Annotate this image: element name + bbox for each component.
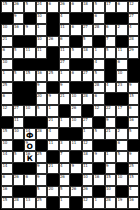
cell-code-number: 25: [129, 164, 134, 169]
grid-cell-r3c3[interactable]: 9: [24, 24, 36, 36]
black-cell: [93, 117, 105, 129]
grid-cell-r14c10[interactable]: 1: [105, 151, 117, 163]
grid-cell-r7c2[interactable]: 5: [13, 70, 25, 82]
cell-code-number: 11: [118, 48, 123, 53]
grid-cell-r10c4[interactable]: 5: [36, 105, 48, 117]
cell-code-number: 16: [129, 118, 134, 123]
grid-cell-r10c7[interactable]: 26: [70, 105, 82, 117]
cell-code-number: 26: [14, 175, 19, 180]
black-cell: [47, 24, 59, 36]
black-cell: [70, 128, 82, 140]
grid-cell-r9c7[interactable]: 10: [70, 93, 82, 105]
cell-code-number: 4: [106, 83, 108, 88]
grid-cell-r6c6[interactable]: 27: [59, 59, 71, 71]
cell-code-number: 5: [60, 187, 62, 192]
given-letter: О: [25, 144, 35, 151]
cell-code-number: 26: [72, 106, 77, 111]
grid-cell-r18c1[interactable]: 15: [1, 197, 13, 209]
black-cell: [70, 151, 82, 163]
grid-cell-r4c8[interactable]: 5: [82, 36, 94, 48]
grid-cell-r1c9[interactable]: 5: [93, 1, 105, 13]
grid-cell-r10c5[interactable]: 1: [47, 105, 59, 117]
cell-code-number: 11: [26, 48, 31, 53]
grid-cell-r18c6[interactable]: 1: [59, 197, 71, 209]
grid-cell-r5c12[interactable]: 29: [128, 47, 140, 59]
grid-cell-r6c9[interactable]: 4: [93, 59, 105, 71]
grid-cell-r4c1[interactable]: 21: [1, 36, 13, 48]
grid-cell-r3c2[interactable]: 16: [13, 24, 25, 36]
grid-cell-r3c11[interactable]: 2: [116, 24, 128, 36]
cell-code-number: 28: [129, 37, 134, 42]
grid-cell-r12c5[interactable]: 4: [47, 128, 59, 140]
grid-cell-r15c4[interactable]: 9: [36, 163, 48, 175]
grid-cell-r18c2[interactable]: 28: [13, 197, 25, 209]
grid-cell-r9c6[interactable]: 21: [59, 93, 71, 105]
grid-cell-r15c6[interactable]: 4: [59, 163, 71, 175]
grid-cell-r1c3[interactable]: 5: [24, 1, 36, 13]
black-cell: [70, 82, 82, 94]
cell-code-number: 28: [14, 198, 19, 203]
cell-code-number: 29: [129, 48, 134, 53]
cell-code-number: 10: [26, 106, 31, 111]
black-cell: [70, 36, 82, 48]
cell-code-number: 27: [129, 14, 134, 19]
cell-code-number: 1: [60, 118, 62, 123]
black-cell: [128, 70, 140, 82]
grid-cell-r3c1[interactable]: 10: [1, 24, 13, 36]
cell-code-number: 9: [129, 83, 131, 88]
black-cell: [82, 105, 94, 117]
cell-code-number: 24: [37, 2, 42, 7]
grid-cell-r17c10[interactable]: 10: [105, 186, 117, 198]
cell-code-number: 9: [37, 175, 39, 180]
cell-code-number: 14: [3, 164, 8, 169]
cell-code-number: 6: [3, 175, 5, 180]
grid-cell-r12c12[interactable]: 5: [128, 128, 140, 140]
grid-cell-r16c6[interactable]: 26: [59, 174, 71, 186]
grid-cell-r4c6[interactable]: 6: [59, 36, 71, 48]
grid-cell-r8c4[interactable]: 9: [36, 82, 48, 94]
grid-cell-r16c10[interactable]: 15: [105, 174, 117, 186]
grid-cell-r5c10[interactable]: 5: [105, 47, 117, 59]
grid-cell-r18c8[interactable]: 12: [82, 197, 94, 209]
grid-cell-r8c1[interactable]: 25: [1, 82, 13, 94]
cell-code-number: 6: [3, 94, 5, 99]
cell-code-number: 1: [60, 198, 62, 203]
black-cell: [24, 93, 36, 105]
grid-cell-r17c4[interactable]: 5: [36, 186, 48, 198]
grid-cell-r13c5[interactable]: 11: [47, 140, 59, 152]
grid-cell-r18c3[interactable]: 13: [24, 197, 36, 209]
grid-cell-r16c2[interactable]: 26: [13, 174, 25, 186]
grid-cell-r7c7[interactable]: 6: [70, 70, 82, 82]
cell-code-number: 5: [95, 2, 97, 7]
black-cell: [82, 13, 94, 25]
grid-cell-r11c7[interactable]: 10: [70, 117, 82, 129]
cell-code-number: 9: [14, 14, 16, 19]
grid-cell-r3c8[interactable]: 27: [82, 24, 94, 36]
grid-cell-r2c12[interactable]: 27: [128, 13, 140, 25]
grid-cell-r1c1[interactable]: 15: [1, 1, 13, 13]
cell-code-number: 6: [95, 94, 97, 99]
grid-cell-r1c11[interactable]: 6: [116, 1, 128, 13]
cell-code-number: 21: [106, 129, 111, 134]
cell-code-number: 12: [3, 106, 8, 111]
cell-code-number: 27: [83, 71, 88, 76]
grid-cell-r11c2[interactable]: 11: [13, 117, 25, 129]
grid-cell-r10c3[interactable]: 10: [24, 105, 36, 117]
grid-cell-r16c4[interactable]: 9: [36, 174, 48, 186]
grid-cell-r7c5[interactable]: 25: [47, 70, 59, 82]
grid-cell-r5c7[interactable]: 5: [70, 47, 82, 59]
grid-cell-r14c2[interactable]: 5: [13, 151, 25, 163]
black-cell: [47, 197, 59, 209]
grid-cell-r12c8[interactable]: 1: [82, 128, 94, 140]
grid-cell-r1c7[interactable]: 6: [70, 1, 82, 13]
black-cell: [24, 186, 36, 198]
grid-cell-r15c7[interactable]: 9: [70, 163, 82, 175]
given-letter: К: [25, 155, 35, 162]
cell-code-number: 9: [60, 83, 62, 88]
cell-code-number: 5: [14, 48, 16, 53]
black-cell: [24, 163, 36, 175]
cell-code-number: 10: [3, 25, 8, 30]
black-cell: [1, 13, 13, 25]
grid-cell-r6c1[interactable]: 10: [1, 59, 13, 71]
grid-cell-r7c11[interactable]: 10: [116, 70, 128, 82]
grid-cell-r14c8[interactable]: 18: [82, 151, 94, 163]
black-cell: [116, 13, 128, 25]
cell-code-number: 11: [83, 164, 88, 169]
cell-code-number: 20: [37, 94, 42, 99]
black-cell: [70, 174, 82, 186]
cell-code-number: 26: [83, 187, 88, 192]
grid-cell-r7c1[interactable]: 1: [1, 70, 13, 82]
cell-code-number: 6: [72, 2, 74, 7]
cell-code-number: 6: [118, 141, 120, 146]
black-cell: [1, 117, 13, 129]
grid-cell-r12c3[interactable]: 14Ф: [24, 128, 36, 140]
cell-code-number: 26: [60, 2, 65, 7]
black-cell: [82, 82, 94, 94]
grid-cell-r11c6[interactable]: 1: [59, 117, 71, 129]
cell-code-number: 6: [3, 48, 5, 53]
black-cell: [36, 140, 48, 152]
grid-cell-r17c5[interactable]: 20: [47, 186, 59, 198]
cell-code-number: 4: [60, 14, 62, 19]
black-cell: [47, 59, 59, 71]
grid-cell-r16c9[interactable]: 16: [93, 174, 105, 186]
grid-cell-r16c12[interactable]: 15: [128, 174, 140, 186]
grid-cell-r16c1[interactable]: 6: [1, 174, 13, 186]
grid-cell-r13c7[interactable]: 11: [70, 140, 82, 152]
grid-cell-r13c11[interactable]: 6: [116, 140, 128, 152]
grid-cell-r12c9[interactable]: 5: [93, 128, 105, 140]
grid-cell-r8c10[interactable]: 4: [105, 82, 117, 94]
cell-code-number: 6: [118, 60, 120, 65]
grid-cell-r17c6[interactable]: 5: [59, 186, 71, 198]
grid-cell-r1c2[interactable]: 26: [13, 1, 25, 13]
cell-code-number: 26: [14, 2, 19, 7]
cell-code-number: 10: [118, 71, 123, 76]
grid-cell-r12c4[interactable]: 28: [36, 128, 48, 140]
grid-cell-r9c9[interactable]: 6: [93, 93, 105, 105]
cell-code-number: 23: [118, 83, 123, 88]
cell-code-number: 5: [37, 106, 39, 111]
grid-cell-r7c3[interactable]: 15: [24, 70, 36, 82]
grid-cell-r18c12[interactable]: 16: [128, 197, 140, 209]
cell-code-number: 27: [60, 60, 65, 65]
cell-code-number: 28: [95, 83, 100, 88]
grid-cell-r11c8[interactable]: 27: [82, 117, 94, 129]
grid-cell-r9c4[interactable]: 20: [36, 93, 48, 105]
cell-code-number: 14: [3, 152, 8, 157]
grid-cell-r6c11[interactable]: 6: [116, 59, 128, 71]
grid-cell-r4c10[interactable]: 7: [105, 36, 117, 48]
grid-cell-r3c4[interactable]: 1: [36, 24, 48, 36]
grid-cell-r16c11[interactable]: 10: [116, 174, 128, 186]
cell-code-number: 10: [72, 118, 77, 123]
grid-cell-r4c5[interactable]: 26: [47, 36, 59, 48]
grid-cell-r9c5[interactable]: 9: [47, 93, 59, 105]
cell-code-number: 27: [14, 106, 19, 111]
grid-cell-r7c4[interactable]: 16: [36, 70, 48, 82]
grid-cell-r9c12[interactable]: 15: [128, 93, 140, 105]
cell-code-number: 2: [118, 129, 120, 134]
grid-cell-r2c2[interactable]: 9: [13, 13, 25, 25]
grid-cell-r17c8[interactable]: 26: [82, 186, 94, 198]
grid-cell-r15c12[interactable]: 25: [128, 163, 140, 175]
black-cell: [13, 163, 25, 175]
grid-cell-r5c6[interactable]: 11: [59, 47, 71, 59]
grid-cell-r3c12[interactable]: 4: [128, 24, 140, 36]
grid-cell-r3c6[interactable]: 11: [59, 24, 71, 36]
cell-code-number: 15: [3, 198, 8, 203]
cell-code-number: 10: [14, 129, 19, 134]
grid-cell-r18c11[interactable]: 19: [116, 197, 128, 209]
grid-cell-r11c12[interactable]: 16: [128, 117, 140, 129]
cell-code-number: 21: [60, 94, 65, 99]
cell-code-number: 6: [60, 37, 62, 42]
grid-cell-r7c6[interactable]: 1: [59, 70, 71, 82]
grid-cell-r5c2[interactable]: 5: [13, 47, 25, 59]
black-cell: [93, 36, 105, 48]
grid-cell-r12c10[interactable]: 21: [105, 128, 117, 140]
grid-cell-r5c4[interactable]: 11: [36, 47, 48, 59]
grid-cell-r4c4[interactable]: 10: [36, 36, 48, 48]
cell-code-number: 16: [37, 71, 42, 76]
black-cell: [47, 82, 59, 94]
grid-cell-r1c10[interactable]: 17: [105, 1, 117, 13]
cell-code-number: 9: [49, 94, 51, 99]
cell-code-number: 6: [95, 14, 97, 19]
black-cell: [47, 151, 59, 163]
grid-cell-r13c3[interactable]: 9О: [24, 140, 36, 152]
black-cell: [13, 186, 25, 198]
grid-cell-r10c9[interactable]: 12: [93, 105, 105, 117]
grid-cell-r2c9[interactable]: 6: [93, 13, 105, 25]
black-cell: [128, 59, 140, 71]
grid-cell-r14c12[interactable]: 9: [128, 151, 140, 163]
grid-cell-r5c8[interactable]: 18: [82, 47, 94, 59]
grid-cell-r7c8[interactable]: 27: [82, 70, 94, 82]
cell-code-number: 13: [26, 198, 31, 203]
black-cell: [47, 47, 59, 59]
grid-cell-r12c11[interactable]: 2: [116, 128, 128, 140]
cell-code-number: 1: [95, 198, 97, 203]
grid-cell-r10c10[interactable]: 22: [105, 105, 117, 117]
grid-cell-r3c10[interactable]: 6: [105, 24, 117, 36]
black-cell: [36, 117, 48, 129]
grid-cell-r8c9[interactable]: 28: [93, 82, 105, 94]
grid-cell-r14c11[interactable]: 5: [116, 151, 128, 163]
black-cell: [116, 186, 128, 198]
grid-cell-r2c6[interactable]: 4: [59, 13, 71, 25]
cell-code-number: 18: [83, 48, 88, 53]
grid-cell-r14c9[interactable]: 9: [93, 151, 105, 163]
grid-cell-r10c1[interactable]: 12: [1, 105, 13, 117]
cell-code-number: 21: [49, 164, 54, 169]
grid-cell-r15c1[interactable]: 14: [1, 163, 13, 175]
grid-cell-r4c12[interactable]: 28: [128, 36, 140, 48]
grid-cell-r17c12[interactable]: 4: [128, 186, 140, 198]
cell-code-number: 2: [118, 25, 120, 30]
cell-code-number: 21: [49, 118, 54, 123]
cell-code-number: 7: [106, 37, 108, 42]
grid-cell-r11c5[interactable]: 21: [47, 117, 59, 129]
black-cell: [70, 59, 82, 71]
cell-code-number: 5: [14, 152, 16, 157]
cell-code-number: 15: [26, 71, 31, 76]
cell-code-number: 5: [118, 152, 120, 157]
grid-cell-r9c1[interactable]: 6: [1, 93, 13, 105]
grid-cell-r8c12[interactable]: 9: [128, 82, 140, 94]
cell-code-number: 5: [95, 129, 97, 134]
cell-code-number: 17: [118, 106, 123, 111]
grid-cell-r9c8[interactable]: 28: [82, 93, 94, 105]
cell-code-number: 4: [95, 60, 97, 65]
cell-code-number: 11: [72, 141, 77, 146]
grid-cell-r1c4[interactable]: 24: [36, 1, 48, 13]
cell-code-number: 20: [49, 187, 54, 192]
grid-cell-r7c9[interactable]: 5: [93, 70, 105, 82]
black-cell: [105, 13, 117, 25]
grid-cell-r18c9[interactable]: 1: [93, 197, 105, 209]
cell-code-number: 4: [129, 25, 131, 30]
cell-code-number: 16: [14, 25, 19, 30]
cell-code-number: 27: [83, 25, 88, 30]
grid-cell-r17c1[interactable]: 16: [1, 186, 13, 198]
cell-code-number: 11: [37, 48, 42, 53]
cell-code-number: 12: [83, 141, 88, 146]
grid-cell-r8c11[interactable]: 23: [116, 82, 128, 94]
grid-cell-r13c6[interactable]: 3: [59, 140, 71, 152]
grid-cell-r17c7[interactable]: 26: [70, 186, 82, 198]
cell-code-number: 26: [72, 187, 77, 192]
cell-code-number: 9: [95, 152, 97, 157]
grid-cell-r5c9[interactable]: 1: [93, 47, 105, 59]
grid-cell-r1c8[interactable]: 18: [82, 1, 94, 13]
cell-code-number: 18: [83, 152, 88, 157]
grid-cell-r12c2[interactable]: 10: [13, 128, 25, 140]
grid-cell-r5c1[interactable]: 6: [1, 47, 13, 59]
grid-cell-r10c11[interactable]: 17: [116, 105, 128, 117]
cell-code-number: 5: [129, 129, 131, 134]
black-cell: [24, 36, 36, 48]
grid-cell-r3c7[interactable]: 6: [70, 24, 82, 36]
cell-code-number: 10: [106, 187, 111, 192]
cell-code-number: 10: [3, 141, 8, 146]
grid-cell-r14c4[interactable]: 25: [36, 151, 48, 163]
black-cell: [82, 59, 94, 71]
black-cell: [105, 59, 117, 71]
cell-code-number: 12: [95, 106, 100, 111]
cell-code-number: 6: [129, 106, 131, 111]
black-cell: [47, 174, 59, 186]
black-cell: [36, 59, 48, 71]
cell-code-number: 5: [26, 2, 28, 7]
grid-cell-r14c1[interactable]: 14: [1, 151, 13, 163]
grid-cell-r8c6[interactable]: 9: [59, 82, 71, 94]
grid-cell-r18c4[interactable]: 25: [36, 197, 48, 209]
cell-code-number: 5: [83, 37, 85, 42]
black-cell: [24, 59, 36, 71]
black-cell: [59, 105, 71, 117]
grid-cell-r10c2[interactable]: 27: [13, 105, 25, 117]
grid-cell-r1c6[interactable]: 26: [59, 1, 71, 13]
cell-code-number: 9: [37, 164, 39, 169]
cell-code-number: 25: [37, 198, 42, 203]
grid-cell-r15c8[interactable]: 11: [82, 163, 94, 175]
grid-cell-r15c5[interactable]: 21: [47, 163, 59, 175]
black-cell: [116, 163, 128, 175]
cell-code-number: 25: [3, 83, 8, 88]
grid-cell-r18c10[interactable]: 28: [105, 197, 117, 209]
cell-code-number: 1: [3, 71, 5, 76]
cell-code-number: 9: [37, 83, 39, 88]
grid-cell-r14c3[interactable]: 16К: [24, 151, 36, 163]
grid-cell-r2c4[interactable]: 10: [36, 13, 48, 25]
grid-cell-r1c5[interactable]: 6: [47, 1, 59, 13]
black-cell: [116, 36, 128, 48]
grid-cell-r5c11[interactable]: 11: [116, 47, 128, 59]
grid-cell-r13c8[interactable]: 12: [82, 140, 94, 152]
grid-cell-r12c1[interactable]: 15: [1, 128, 13, 140]
cell-code-number: 28: [83, 94, 88, 99]
cell-code-number: 9: [26, 25, 28, 30]
grid-cell-r13c1[interactable]: 10: [1, 140, 13, 152]
grid-cell-r11c10[interactable]: 9: [105, 117, 117, 129]
grid-cell-r10c12[interactable]: 6: [128, 105, 140, 117]
black-cell: [13, 59, 25, 71]
black-cell: [13, 82, 25, 94]
cell-code-number: 10: [72, 94, 77, 99]
grid-cell-r14c6[interactable]: 7: [59, 151, 71, 163]
cell-code-number: 5: [106, 48, 108, 53]
grid-cell-r3c9[interactable]: 28: [93, 24, 105, 36]
grid-cell-r15c10[interactable]: 9: [105, 163, 117, 175]
grid-cell-r5c3[interactable]: 11: [24, 47, 36, 59]
cell-code-number: 25: [37, 152, 42, 157]
grid-cell-r16c3[interactable]: 6: [24, 174, 36, 186]
cell-code-number: 18: [83, 2, 88, 7]
grid-cell-r16c8[interactable]: 10: [82, 174, 94, 186]
black-cell: [93, 163, 105, 175]
cell-code-number: 16: [3, 187, 8, 192]
grid-cell-r1c12[interactable]: 12: [128, 1, 140, 13]
given-letter: Ф: [25, 132, 35, 139]
cell-code-number: 22: [106, 106, 111, 111]
